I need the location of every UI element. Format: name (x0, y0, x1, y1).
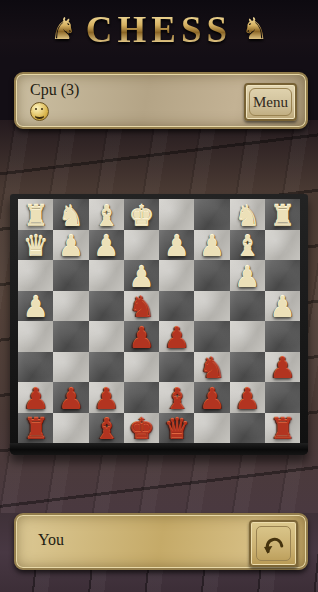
square-h1[interactable]: ♜ (18, 199, 53, 230)
square-c4[interactable] (194, 291, 229, 322)
square-c2[interactable]: ♟ (194, 230, 229, 261)
player-name: You (38, 531, 64, 549)
square-a5[interactable] (265, 321, 300, 352)
square-g8[interactable] (53, 413, 88, 444)
piece-black-bishop[interactable]: ♝ (164, 385, 190, 413)
piece-white-pawn[interactable]: ♟ (199, 232, 225, 260)
square-e7[interactable] (124, 382, 159, 413)
square-e8[interactable]: ♚ (124, 413, 159, 444)
piece-black-pawn[interactable]: ♟ (128, 324, 154, 352)
square-e2[interactable] (124, 230, 159, 261)
square-h8[interactable]: ♜ (18, 413, 53, 444)
square-f3[interactable] (89, 260, 124, 291)
piece-white-rook[interactable]: ♜ (23, 202, 49, 230)
piece-black-pawn[interactable]: ♟ (234, 385, 260, 413)
title-bar: ♞ CHESS ♞ (0, 0, 318, 58)
square-g1[interactable]: ♞ (53, 199, 88, 230)
piece-white-pawn[interactable]: ♟ (234, 263, 260, 291)
knight-icon: ♞ (50, 14, 77, 44)
square-f1[interactable]: ♝ (89, 199, 124, 230)
piece-black-knight[interactable]: ♞ (128, 293, 154, 321)
square-a6[interactable]: ♟ (265, 352, 300, 383)
square-e6[interactable] (124, 352, 159, 383)
piece-black-pawn[interactable]: ♟ (23, 385, 49, 413)
square-h2[interactable]: ♛ (18, 230, 53, 261)
square-c7[interactable]: ♟ (194, 382, 229, 413)
square-d6[interactable] (159, 352, 194, 383)
square-d4[interactable] (159, 291, 194, 322)
piece-black-pawn[interactable]: ♟ (199, 385, 225, 413)
square-a1[interactable]: ♜ (265, 199, 300, 230)
opponent-name: Cpu (3) (30, 81, 79, 99)
square-f2[interactable]: ♟ (89, 230, 124, 261)
app-title: CHESS (86, 11, 232, 48)
piece-white-pawn[interactable]: ♟ (58, 232, 84, 260)
square-a4[interactable]: ♟ (265, 291, 300, 322)
undo-arrow-icon (256, 526, 291, 561)
square-e5[interactable]: ♟ (124, 321, 159, 352)
square-b5[interactable] (230, 321, 265, 352)
chess-board: ♜♞♝♚♞♜♛♟♟♟♟♝♟♟♟♞♟♟♟♞♟♟♟♟♝♟♟♜♝♚♛♜ (10, 194, 308, 455)
board-grid: ♜♞♝♚♞♜♛♟♟♟♟♝♟♟♟♞♟♟♟♞♟♟♟♟♝♟♟♜♝♚♛♜ (18, 199, 300, 443)
square-a2[interactable] (265, 230, 300, 261)
piece-black-king[interactable]: ♚ (128, 415, 154, 443)
square-c6[interactable]: ♞ (194, 352, 229, 383)
piece-black-knight[interactable]: ♞ (199, 354, 225, 382)
piece-white-knight[interactable]: ♞ (234, 202, 260, 230)
menu-button[interactable]: Menu (244, 83, 297, 121)
undo-button[interactable] (249, 520, 298, 567)
square-d3[interactable] (159, 260, 194, 291)
piece-white-knight[interactable]: ♞ (58, 202, 84, 230)
piece-white-pawn[interactable]: ♟ (23, 293, 49, 321)
square-d1[interactable] (159, 199, 194, 230)
piece-black-rook[interactable]: ♜ (269, 415, 295, 443)
square-d8[interactable]: ♛ (159, 413, 194, 444)
opponent-banner: Cpu (3) Menu (14, 72, 308, 129)
piece-white-queen[interactable]: ♛ (23, 232, 49, 260)
piece-black-rook[interactable]: ♜ (23, 415, 49, 443)
square-h5[interactable] (18, 321, 53, 352)
square-a7[interactable] (265, 382, 300, 413)
square-f7[interactable]: ♟ (89, 382, 124, 413)
square-a3[interactable] (265, 260, 300, 291)
square-h3[interactable] (18, 260, 53, 291)
square-b3[interactable]: ♟ (230, 260, 265, 291)
knight-icon: ♞ (241, 14, 268, 44)
square-b2[interactable]: ♝ (230, 230, 265, 261)
square-d5[interactable]: ♟ (159, 321, 194, 352)
square-f5[interactable] (89, 321, 124, 352)
square-b4[interactable] (230, 291, 265, 322)
square-g6[interactable] (53, 352, 88, 383)
menu-button-label: Menu (249, 88, 292, 116)
piece-white-pawn[interactable]: ♟ (93, 232, 119, 260)
square-c3[interactable] (194, 260, 229, 291)
chess-app-screen: ♞ CHESS ♞ Cpu (3) Menu ♜♞♝♚♞♜♛♟♟♟♟♝♟♟♟♞♟… (0, 0, 318, 592)
piece-white-bishop[interactable]: ♝ (93, 202, 119, 230)
square-h4[interactable]: ♟ (18, 291, 53, 322)
square-e3[interactable]: ♟ (124, 260, 159, 291)
piece-white-bishop[interactable]: ♝ (234, 232, 260, 260)
square-d7[interactable]: ♝ (159, 382, 194, 413)
square-b7[interactable]: ♟ (230, 382, 265, 413)
piece-white-king[interactable]: ♚ (128, 202, 154, 230)
square-b1[interactable]: ♞ (230, 199, 265, 230)
board-base-edge (10, 443, 308, 455)
square-g2[interactable]: ♟ (53, 230, 88, 261)
piece-white-rook[interactable]: ♜ (269, 202, 295, 230)
square-g3[interactable] (53, 260, 88, 291)
square-h7[interactable]: ♟ (18, 382, 53, 413)
piece-white-pawn[interactable]: ♟ (164, 232, 190, 260)
piece-white-pawn[interactable]: ♟ (128, 263, 154, 291)
square-g7[interactable]: ♟ (53, 382, 88, 413)
square-d2[interactable]: ♟ (159, 230, 194, 261)
square-c5[interactable] (194, 321, 229, 352)
smiley-face-icon (30, 102, 49, 121)
piece-black-pawn[interactable]: ♟ (58, 385, 84, 413)
square-c1[interactable] (194, 199, 229, 230)
square-e4[interactable]: ♞ (124, 291, 159, 322)
square-b8[interactable] (230, 413, 265, 444)
square-c8[interactable] (194, 413, 229, 444)
piece-black-pawn[interactable]: ♟ (93, 385, 119, 413)
square-f6[interactable] (89, 352, 124, 383)
square-g5[interactable] (53, 321, 88, 352)
piece-black-bishop[interactable]: ♝ (93, 415, 119, 443)
player-banner: You (14, 513, 308, 570)
piece-black-pawn[interactable]: ♟ (164, 324, 190, 352)
square-e1[interactable]: ♚ (124, 199, 159, 230)
square-a8[interactable]: ♜ (265, 413, 300, 444)
piece-black-pawn[interactable]: ♟ (269, 354, 295, 382)
square-f4[interactable] (89, 291, 124, 322)
piece-white-pawn[interactable]: ♟ (269, 293, 295, 321)
square-g4[interactable] (53, 291, 88, 322)
square-f8[interactable]: ♝ (89, 413, 124, 444)
square-b6[interactable] (230, 352, 265, 383)
square-h6[interactable] (18, 352, 53, 383)
piece-black-queen[interactable]: ♛ (164, 415, 190, 443)
